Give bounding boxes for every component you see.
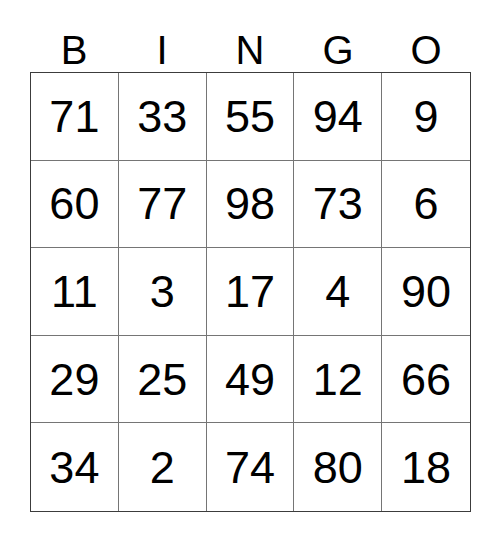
column-letter-g: G <box>294 30 382 72</box>
bingo-cell-r2c2[interactable]: 77 <box>119 161 207 249</box>
bingo-cell-r2c4[interactable]: 73 <box>294 161 382 249</box>
bingo-cell-r1c4[interactable]: 94 <box>294 73 382 161</box>
bingo-cell-r4c5[interactable]: 66 <box>382 336 470 424</box>
bingo-cell-r3c4[interactable]: 4 <box>294 248 382 336</box>
bingo-cell-r1c5[interactable]: 9 <box>382 73 470 161</box>
bingo-cell-r5c4[interactable]: 80 <box>294 423 382 511</box>
column-letter-i: I <box>118 30 206 72</box>
bingo-cell-r4c3[interactable]: 49 <box>207 336 295 424</box>
column-letter-b: B <box>30 30 118 72</box>
bingo-cell-r4c4[interactable]: 12 <box>294 336 382 424</box>
bingo-card: B I N G O 71 33 55 94 9 60 77 98 73 6 11… <box>0 0 500 544</box>
bingo-cell-r2c5[interactable]: 6 <box>382 161 470 249</box>
bingo-cell-r3c2[interactable]: 3 <box>119 248 207 336</box>
column-letter-o: O <box>382 30 470 72</box>
bingo-header: B I N G O <box>30 0 470 72</box>
bingo-cell-r5c5[interactable]: 18 <box>382 423 470 511</box>
bingo-cell-r1c2[interactable]: 33 <box>119 73 207 161</box>
bingo-cell-r2c3[interactable]: 98 <box>207 161 295 249</box>
column-letter-n: N <box>206 30 294 72</box>
bingo-cell-r1c3[interactable]: 55 <box>207 73 295 161</box>
bingo-cell-r5c2[interactable]: 2 <box>119 423 207 511</box>
bingo-cell-r4c1[interactable]: 29 <box>31 336 119 424</box>
bingo-cell-r4c2[interactable]: 25 <box>119 336 207 424</box>
bingo-cell-r3c5[interactable]: 90 <box>382 248 470 336</box>
bingo-cell-r5c1[interactable]: 34 <box>31 423 119 511</box>
bingo-cell-r1c1[interactable]: 71 <box>31 73 119 161</box>
bingo-grid: 71 33 55 94 9 60 77 98 73 6 11 3 17 4 90… <box>30 72 471 512</box>
bingo-cell-r3c3[interactable]: 17 <box>207 248 295 336</box>
bingo-cell-r2c1[interactable]: 60 <box>31 161 119 249</box>
bingo-cell-r5c3[interactable]: 74 <box>207 423 295 511</box>
bingo-cell-r3c1[interactable]: 11 <box>31 248 119 336</box>
